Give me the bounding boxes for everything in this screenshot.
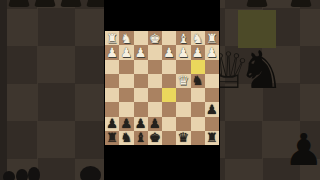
square-d1[interactable] <box>162 31 176 45</box>
square-d7[interactable] <box>162 117 176 131</box>
black-pawn[interactable]: ♟ <box>135 117 147 130</box>
black-bishop[interactable]: ♝ <box>135 131 147 144</box>
piece-base-silhouette <box>290 0 312 7</box>
piece-base-silhouette <box>246 0 268 7</box>
white-king[interactable]: ♚ <box>149 32 161 45</box>
square-h3[interactable] <box>105 60 119 74</box>
square-h6[interactable] <box>105 102 119 116</box>
pawn-head-silhouette <box>28 167 40 180</box>
pawn-head-silhouette <box>3 171 15 180</box>
square-c4[interactable]: ♛ <box>176 74 190 88</box>
black-rook[interactable]: ♜ <box>206 131 218 144</box>
white-pawn[interactable]: ♟ <box>178 46 190 59</box>
square-a1[interactable]: ♜ <box>205 31 219 45</box>
white-knight[interactable]: ♞ <box>121 32 133 45</box>
square-h5[interactable] <box>105 88 119 102</box>
piece-base-silhouette <box>8 0 30 7</box>
piece-base-silhouette <box>60 0 82 7</box>
piece-base-silhouette <box>34 0 56 7</box>
square-c6[interactable] <box>176 102 190 116</box>
square-b4[interactable]: ♞ <box>191 74 205 88</box>
square-b1[interactable]: ♞ <box>191 31 205 45</box>
square-g3[interactable] <box>119 60 133 74</box>
square-d4[interactable] <box>162 74 176 88</box>
white-knight[interactable]: ♞ <box>192 32 204 45</box>
square-e5[interactable] <box>148 88 162 102</box>
white-queen[interactable]: ♛ <box>178 74 190 87</box>
chess-board[interactable]: ♜♞♚♝♞♜♟♟♟♟♟♟♟♛♞♟♟♟♟♟♜♞♝♚♛♜ <box>105 31 219 145</box>
black-pawn[interactable]: ♟ <box>106 117 118 130</box>
square-g6[interactable] <box>119 102 133 116</box>
square-e6[interactable] <box>148 102 162 116</box>
square-e4[interactable] <box>148 74 162 88</box>
square-d8[interactable] <box>162 131 176 145</box>
white-pawn[interactable]: ♟ <box>135 46 147 59</box>
square-f6[interactable] <box>134 102 148 116</box>
square-f3[interactable] <box>134 60 148 74</box>
square-f8[interactable]: ♝ <box>134 131 148 145</box>
square-e3[interactable] <box>148 60 162 74</box>
square-h8[interactable]: ♜ <box>105 131 119 145</box>
square-a4[interactable] <box>205 74 219 88</box>
square-b5[interactable] <box>191 88 205 102</box>
square-c5[interactable] <box>176 88 190 102</box>
square-h1[interactable]: ♜ <box>105 31 119 45</box>
square-g7[interactable]: ♟ <box>119 117 133 131</box>
white-bishop[interactable]: ♝ <box>178 32 190 45</box>
white-pawn[interactable]: ♟ <box>163 46 175 59</box>
square-f4[interactable] <box>134 74 148 88</box>
square-a3[interactable] <box>205 60 219 74</box>
square-b6[interactable] <box>191 102 205 116</box>
black-pawn[interactable]: ♟ <box>121 117 133 130</box>
square-d5[interactable] <box>162 88 176 102</box>
square-h7[interactable]: ♟ <box>105 117 119 131</box>
square-c2[interactable]: ♟ <box>176 45 190 59</box>
square-b2[interactable]: ♟ <box>191 45 205 59</box>
video-frame: ♕ ♞ ♟ ♜♞♚♝♞♜♟♟♟♟♟♟♟♛♞♟♟♟♟♟♜♞♝♚♛♜ <box>0 0 320 180</box>
square-h4[interactable] <box>105 74 119 88</box>
white-pawn[interactable]: ♟ <box>106 46 118 59</box>
black-pawn[interactable]: ♟ <box>149 117 161 130</box>
square-g2[interactable]: ♟ <box>119 45 133 59</box>
black-rook[interactable]: ♜ <box>106 131 118 144</box>
square-f2[interactable]: ♟ <box>134 45 148 59</box>
square-c1[interactable]: ♝ <box>176 31 190 45</box>
square-a2[interactable]: ♟ <box>205 45 219 59</box>
square-b3[interactable] <box>191 60 205 74</box>
square-a6[interactable]: ♟ <box>205 102 219 116</box>
black-king[interactable]: ♚ <box>149 131 161 144</box>
square-g5[interactable] <box>119 88 133 102</box>
white-pawn[interactable]: ♟ <box>121 46 133 59</box>
left-vignette <box>0 0 7 180</box>
black-pawn-icon: ♟ <box>284 128 320 172</box>
black-knight[interactable]: ♞ <box>192 74 204 87</box>
square-a5[interactable] <box>205 88 219 102</box>
white-rook[interactable]: ♜ <box>106 32 118 45</box>
square-e1[interactable]: ♚ <box>148 31 162 45</box>
square-c3[interactable] <box>176 60 190 74</box>
square-a7[interactable] <box>205 117 219 131</box>
square-c7[interactable] <box>176 117 190 131</box>
square-g1[interactable]: ♞ <box>119 31 133 45</box>
pawn-head-silhouette <box>16 169 28 180</box>
black-pawn[interactable]: ♟ <box>206 103 218 116</box>
white-pawn[interactable]: ♟ <box>206 46 218 59</box>
square-a8[interactable]: ♜ <box>205 131 219 145</box>
square-h2[interactable]: ♟ <box>105 45 119 59</box>
square-d2[interactable]: ♟ <box>162 45 176 59</box>
square-f7[interactable]: ♟ <box>134 117 148 131</box>
square-f1[interactable] <box>134 31 148 45</box>
square-g4[interactable] <box>119 74 133 88</box>
pawn-head-silhouette <box>80 166 101 180</box>
square-g8[interactable]: ♞ <box>119 131 133 145</box>
square-d6[interactable] <box>162 102 176 116</box>
white-rook[interactable]: ♜ <box>206 32 218 45</box>
square-b7[interactable] <box>191 117 205 131</box>
square-e7[interactable]: ♟ <box>148 117 162 131</box>
black-queen[interactable]: ♛ <box>178 131 190 144</box>
square-e2[interactable] <box>148 45 162 59</box>
square-d3[interactable] <box>162 60 176 74</box>
black-knight[interactable]: ♞ <box>121 131 133 144</box>
square-c8[interactable]: ♛ <box>176 131 190 145</box>
black-knight-icon: ♞ <box>238 44 285 96</box>
white-pawn[interactable]: ♟ <box>192 46 204 59</box>
square-e8[interactable]: ♚ <box>148 131 162 145</box>
square-f5[interactable] <box>134 88 148 102</box>
square-b8[interactable] <box>191 131 205 145</box>
